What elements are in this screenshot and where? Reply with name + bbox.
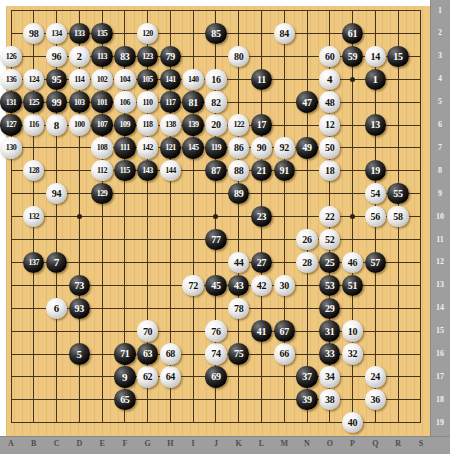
move-number: 130 [6,143,17,152]
stone-92[interactable]: 92 [274,137,295,158]
move-number: 27 [257,257,266,268]
move-number: 85 [211,28,220,39]
move-number: 81 [188,97,197,108]
move-number: 122 [233,120,244,129]
stone-127[interactable]: 127 [0,114,21,135]
move-number: 7 [54,256,60,268]
stone-18[interactable]: 18 [319,160,340,181]
move-number: 80 [234,51,243,62]
stone-115[interactable]: 115 [114,160,135,181]
col-label-K: K [233,439,245,448]
stone-125[interactable]: 125 [23,91,44,112]
stone-76[interactable]: 76 [205,320,226,341]
move-number: 49 [302,142,311,153]
move-number: 37 [302,371,311,382]
stone-4[interactable]: 4 [319,69,340,90]
move-number: 61 [348,28,357,39]
move-number: 33 [325,348,334,359]
move-number: 88 [234,165,243,176]
stone-36[interactable]: 36 [365,389,386,410]
move-number: 40 [348,417,357,428]
move-number: 52 [325,234,334,245]
move-number: 131 [6,98,17,107]
go-board-layer: ABCDEFGHIJKLMNOPQRS123456789101112131415… [0,0,450,454]
stone-86[interactable]: 86 [228,137,249,158]
move-number: 72 [188,280,197,291]
move-number: 71 [120,348,129,359]
col-label-D: D [73,439,85,448]
row-label-19: 19 [430,418,450,427]
move-number: 25 [325,257,334,268]
stone-21[interactable]: 21 [251,160,272,181]
move-number: 57 [371,257,380,268]
col-label-G: G [142,439,154,448]
move-number: 135 [97,29,108,38]
stone-14[interactable]: 14 [365,46,386,67]
stone-140[interactable]: 140 [182,69,203,90]
col-label-Q: Q [369,439,381,448]
stone-100[interactable]: 100 [69,114,90,135]
col-label-P: P [347,439,359,448]
move-number: 59 [348,51,357,62]
stone-113[interactable]: 113 [91,46,112,67]
stone-23[interactable]: 23 [251,206,272,227]
stone-6[interactable]: 6 [46,298,67,319]
stone-34[interactable]: 34 [319,366,340,387]
stone-11[interactable]: 11 [251,69,272,90]
stone-45[interactable]: 45 [205,275,226,296]
move-number: 87 [211,165,220,176]
stone-103[interactable]: 103 [69,91,90,112]
row-label-6: 6 [430,120,450,129]
row-label-4: 4 [430,74,450,83]
move-number: 46 [348,257,357,268]
stone-104[interactable]: 104 [114,69,135,90]
star-point [213,214,218,219]
move-number: 116 [29,120,39,129]
move-number: 93 [75,303,84,314]
move-number: 75 [234,348,243,359]
stone-15[interactable]: 15 [387,46,408,67]
stone-43[interactable]: 43 [228,275,249,296]
stone-107[interactable]: 107 [91,114,112,135]
stone-60[interactable]: 60 [319,46,340,67]
stone-58[interactable]: 58 [387,206,408,227]
move-number: 4 [327,73,333,85]
move-number: 142 [142,143,153,152]
stone-135[interactable]: 135 [91,23,112,44]
stone-131[interactable]: 131 [0,91,21,112]
move-number: 101 [97,98,108,107]
stone-68[interactable]: 68 [160,343,181,364]
move-number: 22 [325,211,334,222]
move-number: 55 [393,188,402,199]
stone-9[interactable]: 9 [114,366,135,387]
stone-59[interactable]: 59 [342,46,363,67]
star-point [77,214,82,219]
stone-136[interactable]: 136 [0,69,21,90]
col-label-S: S [415,439,427,448]
move-number: 96 [52,51,61,62]
stone-33[interactable]: 33 [319,343,340,364]
stone-27[interactable]: 27 [251,252,272,273]
move-number: 118 [143,120,153,129]
stone-56[interactable]: 56 [365,206,386,227]
stone-102[interactable]: 102 [91,69,112,90]
move-number: 136 [6,75,17,84]
stone-51[interactable]: 51 [342,275,363,296]
move-number: 44 [234,257,243,268]
stone-32[interactable]: 32 [342,343,363,364]
stone-20[interactable]: 20 [205,114,226,135]
stone-116[interactable]: 116 [23,114,44,135]
col-label-E: E [96,439,108,448]
stone-22[interactable]: 22 [319,206,340,227]
move-number: 5 [77,348,83,360]
stone-129[interactable]: 129 [91,183,112,204]
star-point [350,77,355,82]
stone-39[interactable]: 39 [296,389,317,410]
move-number: 42 [257,280,266,291]
move-number: 62 [143,371,152,382]
star-point [350,214,355,219]
move-number: 68 [166,348,175,359]
stone-139[interactable]: 139 [182,114,203,135]
stone-40[interactable]: 40 [342,412,363,433]
stone-72[interactable]: 72 [182,275,203,296]
move-number: 126 [6,52,17,61]
move-number: 83 [120,51,129,62]
move-number: 86 [234,142,243,153]
col-label-J: J [210,439,222,448]
move-number: 95 [52,74,61,85]
stone-62[interactable]: 62 [137,366,158,387]
stone-81[interactable]: 81 [182,91,203,112]
row-label-17: 17 [430,372,450,381]
row-label-2: 2 [430,28,450,37]
stone-2[interactable]: 2 [69,46,90,67]
move-number: 100 [74,120,85,129]
move-number: 91 [280,165,289,176]
move-number: 92 [280,142,289,153]
move-number: 112 [97,166,107,175]
move-number: 108 [97,143,108,152]
grid-line-v [307,11,308,423]
stone-10[interactable]: 10 [342,320,363,341]
stone-101[interactable]: 101 [91,91,112,112]
move-number: 18 [325,165,334,176]
stone-7[interactable]: 7 [46,252,67,273]
move-number: 132 [29,212,40,221]
move-number: 60 [325,51,334,62]
stone-75[interactable]: 75 [228,343,249,364]
stone-141[interactable]: 141 [160,69,181,90]
move-number: 120 [142,29,153,38]
move-number: 119 [211,143,221,152]
move-number: 12 [325,119,334,130]
stone-65[interactable]: 65 [114,389,135,410]
col-label-N: N [301,439,313,448]
stone-49[interactable]: 49 [296,137,317,158]
col-label-F: F [119,439,131,448]
stone-95[interactable]: 95 [46,69,67,90]
move-number: 110 [143,98,153,107]
stone-132[interactable]: 132 [23,206,44,227]
stone-110[interactable]: 110 [137,91,158,112]
stone-106[interactable]: 106 [114,91,135,112]
move-number: 129 [97,189,108,198]
stone-126[interactable]: 126 [0,46,21,67]
stone-47[interactable]: 47 [296,91,317,112]
move-number: 30 [280,280,289,291]
stone-82[interactable]: 82 [205,91,226,112]
row-label-10: 10 [430,212,450,221]
stone-28[interactable]: 28 [296,252,317,273]
stone-121[interactable]: 121 [160,137,181,158]
stone-57[interactable]: 57 [365,252,386,273]
move-number: 109 [120,120,131,129]
stone-70[interactable]: 70 [137,320,158,341]
move-number: 106 [120,98,131,107]
stone-44[interactable]: 44 [228,252,249,273]
move-number: 32 [348,348,357,359]
stone-55[interactable]: 55 [387,183,408,204]
stone-83[interactable]: 83 [114,46,135,67]
row-label-9: 9 [430,189,450,198]
stone-61[interactable]: 61 [342,23,363,44]
stone-105[interactable]: 105 [137,69,158,90]
stone-87[interactable]: 87 [205,160,226,181]
stone-128[interactable]: 128 [23,160,44,181]
move-number: 9 [122,371,128,383]
move-number: 102 [97,75,108,84]
stone-50[interactable]: 50 [319,137,340,158]
row-label-16: 16 [430,349,450,358]
move-number: 53 [325,280,334,291]
move-number: 67 [280,326,289,337]
stone-42[interactable]: 42 [251,275,272,296]
stone-145[interactable]: 145 [182,137,203,158]
stone-48[interactable]: 48 [319,91,340,112]
move-number: 82 [211,97,220,108]
stone-13[interactable]: 13 [365,114,386,135]
stone-79[interactable]: 79 [160,46,181,67]
row-label-8: 8 [430,166,450,175]
move-number: 48 [325,97,334,108]
stone-54[interactable]: 54 [365,183,386,204]
stone-111[interactable]: 111 [114,137,135,158]
move-number: 74 [211,348,220,359]
stone-29[interactable]: 29 [319,298,340,319]
stone-134[interactable]: 134 [46,23,67,44]
move-number: 111 [120,143,130,152]
move-number: 45 [211,280,220,291]
stone-12[interactable]: 12 [319,114,340,135]
stone-114[interactable]: 114 [69,69,90,90]
move-number: 28 [302,257,311,268]
move-number: 121 [165,143,176,152]
stone-46[interactable]: 46 [342,252,363,273]
stone-63[interactable]: 63 [137,343,158,364]
move-number: 114 [74,75,84,84]
move-number: 31 [325,326,334,337]
move-number: 105 [142,75,153,84]
stone-144[interactable]: 144 [160,160,181,181]
stone-120[interactable]: 120 [137,23,158,44]
stone-124[interactable]: 124 [23,69,44,90]
move-number: 24 [371,371,380,382]
stone-91[interactable]: 91 [274,160,295,181]
stone-41[interactable]: 41 [251,320,272,341]
stone-133[interactable]: 133 [69,23,90,44]
row-label-12: 12 [430,257,450,266]
stone-90[interactable]: 90 [251,137,272,158]
stone-98[interactable]: 98 [23,23,44,44]
move-number: 66 [280,348,289,359]
move-number: 144 [165,166,176,175]
col-label-H: H [164,439,176,448]
stone-17[interactable]: 17 [251,114,272,135]
stone-122[interactable]: 122 [228,114,249,135]
stone-1[interactable]: 1 [365,69,386,90]
move-number: 113 [97,52,107,61]
stone-94[interactable]: 94 [46,183,67,204]
move-number: 73 [75,280,84,291]
move-number: 15 [393,51,402,62]
move-number: 84 [280,28,289,39]
move-number: 2 [77,50,83,62]
col-label-O: O [324,439,336,448]
col-label-C: C [51,439,63,448]
move-number: 65 [120,394,129,405]
move-number: 133 [74,29,85,38]
move-number: 138 [165,120,176,129]
stone-109[interactable]: 109 [114,114,135,135]
stone-123[interactable]: 123 [137,46,158,67]
stone-67[interactable]: 67 [274,320,295,341]
move-number: 117 [165,98,175,107]
move-number: 70 [143,326,152,337]
move-number: 13 [371,119,380,130]
stone-30[interactable]: 30 [274,275,295,296]
move-number: 54 [371,188,380,199]
move-number: 79 [166,51,175,62]
stone-16[interactable]: 16 [205,69,226,90]
stone-80[interactable]: 80 [228,46,249,67]
stone-69[interactable]: 69 [205,366,226,387]
stone-24[interactable]: 24 [365,366,386,387]
move-number: 23 [257,211,266,222]
move-number: 58 [393,211,402,222]
stone-117[interactable]: 117 [160,91,181,112]
move-number: 51 [348,280,357,291]
stone-137[interactable]: 137 [23,252,44,273]
stone-143[interactable]: 143 [137,160,158,181]
stone-19[interactable]: 19 [365,160,386,181]
move-number: 43 [234,280,243,291]
move-number: 11 [257,74,266,85]
stone-64[interactable]: 64 [160,366,181,387]
move-number: 20 [211,119,220,130]
move-number: 29 [325,303,334,314]
move-number: 137 [29,258,40,267]
kifu-page: ABCDEFGHIJKLMNOPQRS123456789101112131415… [0,0,450,454]
move-number: 6 [54,302,60,314]
stone-84[interactable]: 84 [274,23,295,44]
stone-8[interactable]: 8 [46,114,67,135]
move-number: 89 [234,188,243,199]
row-label-15: 15 [430,326,450,335]
move-number: 39 [302,394,311,405]
row-label-13: 13 [430,280,450,289]
stone-77[interactable]: 77 [205,229,226,250]
stone-118[interactable]: 118 [137,114,158,135]
stone-37[interactable]: 37 [296,366,317,387]
row-label-3: 3 [430,51,450,60]
stone-89[interactable]: 89 [228,183,249,204]
move-number: 104 [120,75,131,84]
stone-119[interactable]: 119 [205,137,226,158]
move-number: 145 [188,143,199,152]
stone-138[interactable]: 138 [160,114,181,135]
stone-96[interactable]: 96 [46,46,67,67]
col-label-I: I [187,439,199,448]
stone-25[interactable]: 25 [319,252,340,273]
stone-142[interactable]: 142 [137,137,158,158]
move-number: 34 [325,371,334,382]
stone-88[interactable]: 88 [228,160,249,181]
move-number: 41 [257,326,266,337]
stone-73[interactable]: 73 [69,275,90,296]
stone-53[interactable]: 53 [319,275,340,296]
stone-66[interactable]: 66 [274,343,295,364]
move-number: 26 [302,234,311,245]
row-label-5: 5 [430,97,450,106]
stone-112[interactable]: 112 [91,160,112,181]
move-number: 139 [188,120,199,129]
stone-38[interactable]: 38 [319,389,340,410]
move-number: 125 [29,98,40,107]
stone-5[interactable]: 5 [69,343,90,364]
stone-52[interactable]: 52 [319,229,340,250]
stone-99[interactable]: 99 [46,91,67,112]
row-label-1: 1 [430,6,450,15]
move-number: 123 [142,52,153,61]
stone-108[interactable]: 108 [91,137,112,158]
move-number: 78 [234,303,243,314]
move-number: 56 [371,211,380,222]
move-number: 47 [302,97,311,108]
row-label-7: 7 [430,143,450,152]
move-number: 38 [325,394,334,405]
move-number: 64 [166,371,175,382]
move-number: 36 [371,394,380,405]
stone-71[interactable]: 71 [114,343,135,364]
stone-93[interactable]: 93 [69,298,90,319]
stone-74[interactable]: 74 [205,343,226,364]
move-number: 63 [143,348,152,359]
move-number: 69 [211,371,220,382]
stone-130[interactable]: 130 [0,137,21,158]
stone-31[interactable]: 31 [319,320,340,341]
move-number: 8 [54,119,60,131]
row-label-18: 18 [430,395,450,404]
stone-85[interactable]: 85 [205,23,226,44]
stone-78[interactable]: 78 [228,298,249,319]
stone-26[interactable]: 26 [296,229,317,250]
grid-line-v [420,11,421,423]
move-number: 14 [371,51,380,62]
